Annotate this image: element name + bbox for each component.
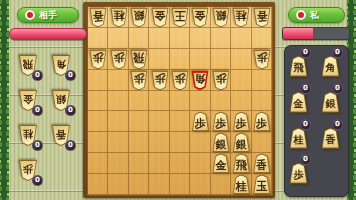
square-8-1[interactable]: 桂 xyxy=(108,7,128,28)
koma-sente-S[interactable]: 銀 xyxy=(321,92,340,113)
captured-slot-歩[interactable]: 歩0 xyxy=(289,163,308,184)
koma-gote-p[interactable]: 歩 xyxy=(212,70,230,90)
square-4-7[interactable] xyxy=(190,132,210,153)
koma-sente-L[interactable]: 香 xyxy=(253,153,271,173)
koma-sente-P[interactable]: 歩 xyxy=(212,111,230,131)
captured-slot-飛[interactable]: 飛0 xyxy=(289,56,308,77)
square-5-5[interactable] xyxy=(170,91,190,112)
captured-count-badge: 0 xyxy=(300,154,311,165)
koma-sente-B[interactable]: 角 xyxy=(321,56,340,77)
koma-gote-l[interactable]: 香 xyxy=(89,8,107,28)
koma-gote-p[interactable]: 歩 xyxy=(253,50,271,70)
captured-count-badge: 0 xyxy=(65,70,76,81)
square-7-4[interactable]: 歩 xyxy=(129,70,149,91)
square-5-4[interactable]: 歩 xyxy=(170,70,190,91)
left-border-pattern xyxy=(0,0,9,200)
captured-count-badge: 0 xyxy=(32,140,43,151)
square-4-6[interactable]: 歩 xyxy=(190,111,210,132)
square-1-5[interactable] xyxy=(252,91,272,112)
opponent-time-fill xyxy=(10,29,86,39)
square-1-3[interactable]: 歩 xyxy=(252,49,272,70)
square-8-2[interactable] xyxy=(108,28,128,49)
square-2-8[interactable]: 飛 xyxy=(231,153,251,174)
captured-count-badge: 0 xyxy=(32,175,43,186)
captured-slot-角[interactable]: 角0 xyxy=(321,56,340,77)
square-3-1[interactable]: 銀 xyxy=(211,7,231,28)
captured-slot-銀[interactable]: 銀0 xyxy=(51,89,70,110)
koma-gote-l[interactable]: 香 xyxy=(253,8,271,28)
square-2-6[interactable]: 歩 xyxy=(231,111,251,132)
captured-count-badge: 0 xyxy=(332,47,343,58)
koma-sente-S[interactable]: 銀 xyxy=(212,132,230,152)
player-time-fill xyxy=(283,28,313,39)
square-5-9[interactable] xyxy=(170,174,190,195)
square-2-9[interactable]: 桂 xyxy=(231,174,251,195)
opponent-time-bar xyxy=(9,28,87,40)
square-7-3[interactable]: 飛 xyxy=(129,49,149,70)
square-5-1[interactable]: 王 xyxy=(170,7,190,28)
square-8-5[interactable] xyxy=(108,91,128,112)
square-6-3[interactable] xyxy=(149,49,169,70)
square-9-9[interactable] xyxy=(88,174,108,195)
square-8-6[interactable] xyxy=(108,111,128,132)
captured-count-badge: 0 xyxy=(65,105,76,116)
square-1-9[interactable]: 玉 xyxy=(252,174,272,195)
koma-gote-p[interactable]: 歩 xyxy=(151,70,169,90)
koma-sente-P[interactable]: 歩 xyxy=(232,111,250,131)
opponent-name-tag: 相手 xyxy=(17,7,79,23)
koma-sente-R[interactable]: 飛 xyxy=(289,56,308,77)
captured-slot-香[interactable]: 香0 xyxy=(321,128,340,149)
square-1-8[interactable]: 香 xyxy=(252,153,272,174)
square-5-8[interactable] xyxy=(170,153,190,174)
square-3-9[interactable] xyxy=(211,174,231,195)
square-3-6[interactable]: 歩 xyxy=(211,111,231,132)
captured-slot-金[interactable]: 金0 xyxy=(289,92,308,113)
koma-gote-n[interactable]: 桂 xyxy=(232,8,250,28)
square-6-4[interactable]: 歩 xyxy=(149,70,169,91)
koma-sente-R[interactable]: 飛 xyxy=(232,153,250,173)
koma-gote-k[interactable]: 王 xyxy=(171,8,189,28)
square-4-4[interactable]: 角 xyxy=(190,70,210,91)
square-2-2[interactable] xyxy=(231,28,251,49)
koma-sente-P[interactable]: 歩 xyxy=(289,163,308,184)
captured-slot-金[interactable]: 金0 xyxy=(18,89,37,110)
japan-flag-icon xyxy=(25,10,35,20)
shogi-game-screen: 相手 私 香桂銀金王金銀桂香歩歩飛歩歩歩歩角歩歩歩歩歩銀銀金飛香桂玉 飛0角0金… xyxy=(0,0,356,200)
square-4-3[interactable] xyxy=(190,49,210,70)
koma-gote-p[interactable]: 歩 xyxy=(89,50,107,70)
square-6-7[interactable] xyxy=(149,132,169,153)
square-2-7[interactable]: 銀 xyxy=(231,132,251,153)
koma-sente-S[interactable]: 銀 xyxy=(232,132,250,152)
captured-count-badge: 0 xyxy=(300,119,311,130)
flag-red-dot xyxy=(27,12,33,18)
square-3-4[interactable]: 歩 xyxy=(211,70,231,91)
captured-count-badge: 0 xyxy=(65,140,76,151)
captured-count-badge: 0 xyxy=(332,83,343,94)
square-5-6[interactable] xyxy=(170,111,190,132)
square-4-9[interactable] xyxy=(190,174,210,195)
koma-sente-N[interactable]: 桂 xyxy=(232,174,250,194)
square-2-5[interactable] xyxy=(231,91,251,112)
square-7-5[interactable] xyxy=(129,91,149,112)
square-2-3[interactable] xyxy=(231,49,251,70)
shogi-board-grid: 香桂銀金王金銀桂香歩歩飛歩歩歩歩角歩歩歩歩歩銀銀金飛香桂玉 xyxy=(87,6,273,196)
square-3-7[interactable]: 銀 xyxy=(211,132,231,153)
square-4-8[interactable] xyxy=(190,153,210,174)
koma-sente-P[interactable]: 歩 xyxy=(191,111,209,131)
square-2-1[interactable]: 桂 xyxy=(231,7,251,28)
koma-gote-n[interactable]: 桂 xyxy=(110,8,128,28)
captured-slot-桂[interactable]: 桂0 xyxy=(18,124,37,145)
square-8-9[interactable] xyxy=(108,174,128,195)
square-3-8[interactable]: 金 xyxy=(211,153,231,174)
square-8-4[interactable] xyxy=(108,70,128,91)
square-3-2[interactable] xyxy=(211,28,231,49)
koma-gote-p[interactable]: 歩 xyxy=(171,70,189,90)
square-1-7[interactable] xyxy=(252,132,272,153)
captured-slot-歩[interactable]: 歩0 xyxy=(18,159,37,180)
koma-gote-p[interactable]: 歩 xyxy=(110,50,128,70)
flag-red-dot xyxy=(298,12,304,18)
koma-sente-K[interactable]: 玉 xyxy=(253,174,271,194)
captured-slot-桂[interactable]: 桂0 xyxy=(289,128,308,149)
koma-gote-s[interactable]: 銀 xyxy=(130,8,148,28)
square-9-3[interactable]: 歩 xyxy=(88,49,108,70)
square-6-1[interactable]: 金 xyxy=(149,7,169,28)
square-7-8[interactable] xyxy=(129,153,149,174)
square-4-2[interactable] xyxy=(190,28,210,49)
koma-sente-L[interactable]: 香 xyxy=(321,128,340,149)
captured-count-badge: 0 xyxy=(300,83,311,94)
square-1-1[interactable]: 香 xyxy=(252,7,272,28)
shogi-board-frame: 香桂銀金王金銀桂香歩歩飛歩歩歩歩角歩歩歩歩歩銀銀金飛香桂玉 xyxy=(83,2,275,198)
square-9-4[interactable] xyxy=(88,70,108,91)
captured-slot-飛[interactable]: 飛0 xyxy=(18,54,37,75)
square-7-7[interactable] xyxy=(129,132,149,153)
square-9-7[interactable] xyxy=(88,132,108,153)
square-6-2[interactable] xyxy=(149,28,169,49)
square-9-5[interactable] xyxy=(88,91,108,112)
square-6-9[interactable] xyxy=(149,174,169,195)
square-7-9[interactable] xyxy=(129,174,149,195)
square-6-5[interactable] xyxy=(149,91,169,112)
koma-gote-g[interactable]: 金 xyxy=(151,8,169,28)
captured-count-badge: 0 xyxy=(32,70,43,81)
square-6-6[interactable] xyxy=(149,111,169,132)
square-7-2[interactable] xyxy=(129,28,149,49)
square-1-6[interactable]: 歩 xyxy=(252,111,272,132)
square-6-8[interactable] xyxy=(149,153,169,174)
square-9-2[interactable] xyxy=(88,28,108,49)
square-8-8[interactable] xyxy=(108,153,128,174)
square-3-5[interactable] xyxy=(211,91,231,112)
koma-gote-b[interactable]: 角 xyxy=(191,70,209,90)
koma-sente-G[interactable]: 金 xyxy=(289,92,308,113)
captured-slot-香[interactable]: 香0 xyxy=(51,124,70,145)
square-1-2[interactable] xyxy=(252,28,272,49)
square-2-4[interactable] xyxy=(231,70,251,91)
captured-count-badge: 0 xyxy=(332,119,343,130)
square-9-1[interactable]: 香 xyxy=(88,7,108,28)
square-3-3[interactable] xyxy=(211,49,231,70)
square-5-7[interactable] xyxy=(170,132,190,153)
captured-count-badge: 0 xyxy=(300,47,311,58)
square-9-6[interactable] xyxy=(88,111,108,132)
koma-gote-g[interactable]: 金 xyxy=(191,8,209,28)
captured-count-badge: 0 xyxy=(32,105,43,116)
koma-gote-r[interactable]: 飛 xyxy=(130,50,148,70)
square-7-1[interactable]: 銀 xyxy=(129,7,149,28)
koma-sente-N[interactable]: 桂 xyxy=(289,128,308,149)
square-8-3[interactable]: 歩 xyxy=(108,49,128,70)
koma-gote-s[interactable]: 銀 xyxy=(212,8,230,28)
square-7-6[interactable] xyxy=(129,111,149,132)
square-5-2[interactable] xyxy=(170,28,190,49)
square-9-8[interactable] xyxy=(88,153,108,174)
player-name-label: 私 xyxy=(310,9,319,22)
japan-flag-icon xyxy=(296,10,306,20)
square-5-3[interactable] xyxy=(170,49,190,70)
square-4-1[interactable]: 金 xyxy=(190,7,210,28)
player-time-bar xyxy=(282,27,350,40)
koma-sente-P[interactable]: 歩 xyxy=(253,111,271,131)
square-4-5[interactable] xyxy=(190,91,210,112)
koma-gote-p[interactable]: 歩 xyxy=(130,70,148,90)
square-8-7[interactable] xyxy=(108,132,128,153)
player-name-tag: 私 xyxy=(288,7,345,23)
opponent-name-label: 相手 xyxy=(39,9,57,22)
captured-slot-銀[interactable]: 銀0 xyxy=(321,92,340,113)
koma-sente-G[interactable]: 金 xyxy=(212,153,230,173)
square-1-4[interactable] xyxy=(252,70,272,91)
captured-slot-角[interactable]: 角0 xyxy=(51,54,70,75)
